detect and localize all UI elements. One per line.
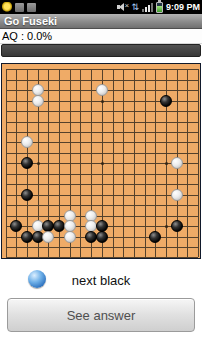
app-title: Go Fuseki [0, 14, 202, 28]
star-point [165, 225, 168, 228]
black-stone [96, 231, 108, 243]
usb-icon [27, 3, 36, 12]
star-point [165, 162, 168, 165]
black-stone [10, 220, 22, 232]
mute-icon: × [117, 2, 128, 12]
data-icon: ⇅ [131, 2, 139, 12]
aq-value: AQ : 0.0% [0, 29, 202, 43]
sdcard-icon [15, 3, 24, 12]
star-point [101, 100, 104, 103]
white-stone [171, 157, 183, 169]
title-bar: Go Fuseki [0, 14, 202, 29]
white-stone [21, 136, 33, 148]
black-stone [149, 231, 161, 243]
status-clock: 9:09 PM [166, 2, 200, 12]
app-notification-icon [2, 2, 12, 12]
message-band [1, 44, 201, 57]
white-stone [32, 95, 44, 107]
white-stone [64, 231, 76, 243]
see-answer-button[interactable]: See answer [7, 298, 195, 332]
status-bar: × ⇅ 9:09 PM [0, 0, 202, 14]
black-stone [160, 95, 172, 107]
white-stone [42, 231, 54, 243]
black-stone [21, 157, 33, 169]
battery-icon [156, 2, 163, 13]
black-stone [21, 189, 33, 201]
bottom-panel: next black See answer [0, 259, 202, 359]
white-stone [96, 84, 108, 96]
star-point [37, 162, 40, 165]
aq-info-bar: AQ : 0.0% [0, 29, 202, 44]
star-point [101, 162, 104, 165]
white-stone [171, 189, 183, 201]
go-board[interactable] [1, 63, 201, 259]
signal-icon [142, 2, 153, 12]
black-stone [171, 220, 183, 232]
next-move-label: next black [0, 273, 202, 288]
